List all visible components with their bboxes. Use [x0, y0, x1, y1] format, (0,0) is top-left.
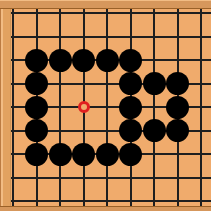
- intersection[interactable]: [25, 72, 49, 96]
- intersection[interactable]: [72, 9, 96, 25]
- intersection[interactable]: [11, 119, 25, 143]
- intersection[interactable]: [48, 142, 72, 166]
- intersection[interactable]: [95, 119, 119, 143]
- intersection[interactable]: [11, 166, 25, 190]
- black-stone: [143, 72, 166, 95]
- black-stone: [119, 143, 142, 166]
- intersections-grid: [11, 9, 211, 206]
- intersection[interactable]: [189, 95, 211, 119]
- intersection[interactable]: [95, 72, 119, 96]
- intersection[interactable]: [25, 189, 49, 206]
- intersection[interactable]: [119, 95, 143, 119]
- intersection[interactable]: [142, 25, 166, 49]
- intersection[interactable]: [11, 9, 25, 25]
- go-board: [0, 0, 211, 211]
- intersection[interactable]: [166, 119, 190, 143]
- board-edge-left: [0, 0, 11, 211]
- intersection[interactable]: [72, 95, 96, 119]
- intersection[interactable]: [166, 25, 190, 49]
- black-stone: [72, 49, 95, 72]
- intersection[interactable]: [25, 119, 49, 143]
- intersection[interactable]: [119, 142, 143, 166]
- intersection[interactable]: [95, 9, 119, 25]
- intersection[interactable]: [142, 72, 166, 96]
- intersection[interactable]: [119, 48, 143, 72]
- intersection[interactable]: [189, 48, 211, 72]
- intersection[interactable]: [95, 95, 119, 119]
- intersection[interactable]: [95, 166, 119, 190]
- intersection[interactable]: [72, 72, 96, 96]
- board-edge-top: [0, 0, 211, 9]
- black-stone: [25, 72, 48, 95]
- black-stone: [143, 119, 166, 142]
- black-stone: [49, 143, 72, 166]
- intersection[interactable]: [189, 25, 211, 49]
- intersection[interactable]: [48, 48, 72, 72]
- black-stone: [25, 49, 48, 72]
- black-stone: [166, 96, 189, 119]
- intersection[interactable]: [119, 166, 143, 190]
- black-stone: [119, 72, 142, 95]
- black-stone: [119, 96, 142, 119]
- intersection[interactable]: [48, 25, 72, 49]
- black-stone: [119, 49, 142, 72]
- intersection[interactable]: [166, 142, 190, 166]
- intersection[interactable]: [72, 189, 96, 206]
- intersection[interactable]: [189, 9, 211, 25]
- intersection[interactable]: [166, 48, 190, 72]
- black-stone: [119, 119, 142, 142]
- black-stone: [25, 96, 48, 119]
- intersection[interactable]: [11, 72, 25, 96]
- intersection[interactable]: [25, 48, 49, 72]
- black-stone: [96, 143, 119, 166]
- board-edge-bottom: [0, 206, 211, 211]
- board-field: [11, 9, 211, 206]
- black-stone: [72, 143, 95, 166]
- intersection[interactable]: [48, 95, 72, 119]
- intersection[interactable]: [189, 189, 211, 206]
- intersection[interactable]: [95, 189, 119, 206]
- intersection[interactable]: [142, 189, 166, 206]
- intersection[interactable]: [189, 166, 211, 190]
- intersection[interactable]: [11, 142, 25, 166]
- intersection[interactable]: [48, 72, 72, 96]
- intersection[interactable]: [142, 95, 166, 119]
- black-stone: [96, 49, 119, 72]
- intersection[interactable]: [72, 25, 96, 49]
- intersection[interactable]: [119, 25, 143, 49]
- intersection[interactable]: [25, 95, 49, 119]
- intersection[interactable]: [119, 189, 143, 206]
- intersection[interactable]: [95, 142, 119, 166]
- intersection[interactable]: [72, 119, 96, 143]
- intersection[interactable]: [11, 48, 25, 72]
- intersection[interactable]: [11, 95, 25, 119]
- intersection[interactable]: [119, 9, 143, 25]
- intersection[interactable]: [72, 48, 96, 72]
- intersection[interactable]: [72, 166, 96, 190]
- black-stone: [49, 49, 72, 72]
- intersection[interactable]: [166, 166, 190, 190]
- intersection[interactable]: [25, 166, 49, 190]
- intersection[interactable]: [25, 9, 49, 25]
- intersection[interactable]: [166, 95, 190, 119]
- intersection[interactable]: [48, 166, 72, 190]
- intersection[interactable]: [166, 189, 190, 206]
- intersection[interactable]: [166, 9, 190, 25]
- circle-marker-icon: [78, 101, 90, 113]
- intersection[interactable]: [189, 119, 211, 143]
- intersection[interactable]: [95, 25, 119, 49]
- intersection[interactable]: [95, 48, 119, 72]
- intersection[interactable]: [48, 119, 72, 143]
- intersection[interactable]: [142, 142, 166, 166]
- intersection[interactable]: [11, 189, 25, 206]
- intersection[interactable]: [72, 142, 96, 166]
- intersection[interactable]: [119, 119, 143, 143]
- intersection[interactable]: [189, 72, 211, 96]
- black-stone: [25, 119, 48, 142]
- intersection[interactable]: [142, 166, 166, 190]
- black-stone: [25, 143, 48, 166]
- intersection[interactable]: [142, 48, 166, 72]
- intersection[interactable]: [166, 72, 190, 96]
- intersection[interactable]: [48, 189, 72, 206]
- intersection[interactable]: [119, 72, 143, 96]
- intersection[interactable]: [142, 119, 166, 143]
- intersection[interactable]: [48, 9, 72, 25]
- black-stone: [166, 72, 189, 95]
- intersection[interactable]: [25, 25, 49, 49]
- intersection[interactable]: [11, 25, 25, 49]
- intersection[interactable]: [189, 142, 211, 166]
- intersection[interactable]: [25, 142, 49, 166]
- black-stone: [166, 119, 189, 142]
- intersection[interactable]: [142, 9, 166, 25]
